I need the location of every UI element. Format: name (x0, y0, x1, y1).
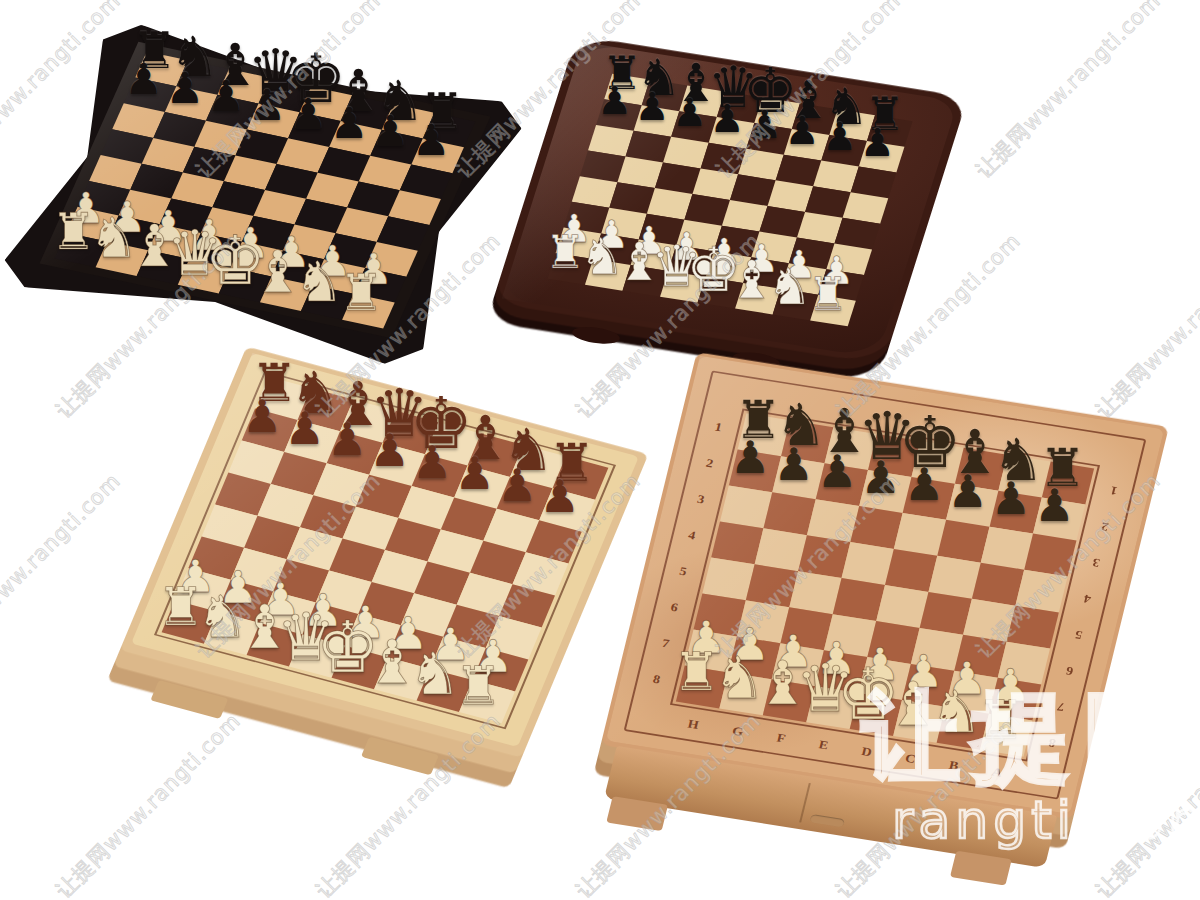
square-h1: ♜ (810, 295, 856, 327)
black-pawn: ♟ (710, 100, 745, 139)
black-pawn: ♟ (248, 84, 286, 127)
black-pawn: ♟ (166, 67, 204, 110)
black-pawn: ♟ (785, 112, 820, 151)
black-pawn: ♟ (860, 456, 900, 501)
coordinate-label: 2 (704, 457, 714, 471)
coordinate-label: 7 (1055, 699, 1065, 713)
black-pawn: ♟ (371, 110, 409, 153)
coordinate-label: 6 (669, 601, 679, 615)
white-rook: ♜ (455, 660, 502, 713)
black-pawn: ♟ (285, 407, 325, 452)
white-knight: ♞ (931, 683, 983, 741)
board-foot (570, 324, 622, 346)
black-pawn: ♟ (370, 429, 410, 474)
chess-set-mahogany-wavy: ♜♞♝♛♚♝♞♜♟♟♟♟♟♟♟♟♟♟♟♟♟♟♟♟♜♞♝♛♚♝♞♜ (540, 10, 920, 390)
black-pawn: ♟ (597, 82, 632, 121)
board-tilt: ♜♞♝♛♚♝♞♜♟♟♟♟♟♟♟♟♟♟♟♟♟♟♟♟♜♞♝♛♚♝♞♜ (39, 42, 490, 339)
black-pawn: ♟ (730, 436, 770, 481)
black-pawn: ♟ (289, 93, 327, 136)
coordinate-label: 1 (1108, 483, 1118, 497)
black-pawn: ♟ (330, 102, 368, 145)
coordinate-label: 3 (1091, 555, 1101, 569)
board-tilt: ♜♞♝♛♚♝♞♜♟♟♟♟♟♟♟♟♟♟♟♟♟♟♟♟♜♞♝♛♚♝♞♜ (502, 42, 958, 358)
white-knight: ♞ (409, 645, 461, 703)
black-pawn: ♟ (904, 463, 944, 508)
black-pawn: ♟ (207, 75, 245, 118)
black-pawn: ♟ (817, 450, 857, 495)
white-rook: ♜ (977, 694, 1024, 747)
coordinate-label: H (686, 717, 700, 732)
black-pawn: ♟ (860, 124, 895, 163)
coordinate-label: 3 (696, 493, 706, 507)
coordinate-label: 8 (652, 673, 662, 687)
black-pawn: ♟ (991, 477, 1031, 522)
board-tilt: ♜♞♝♛♚♝♞♜♟♟♟♟♟♟♟♟♟♟♟♟♟♟♟♟♜♞♝♛♚♝♞♜ (131, 353, 639, 747)
coordinate-label: D (860, 745, 873, 760)
black-pawn: ♟ (774, 443, 814, 488)
white-rook: ♜ (807, 272, 848, 318)
black-pawn: ♟ (412, 441, 452, 486)
black-pawn: ♟ (747, 106, 782, 145)
product-render-canvas: ♜♞♝♛♚♝♞♜♟♟♟♟♟♟♟♟♟♟♟♟♟♟♟♟♜♞♝♛♚♝♞♜ ♜♞♝♛♚♝♞… (0, 0, 1200, 900)
coordinate-label: 5 (678, 565, 688, 579)
white-rook: ♜ (338, 268, 383, 318)
white-knight: ♞ (767, 262, 812, 312)
black-pawn: ♟ (497, 464, 537, 509)
black-pawn: ♟ (455, 452, 495, 497)
coordinate-label: B (947, 759, 959, 774)
black-pawn: ♟ (125, 58, 163, 101)
watermark-tile: 让提网www.rangti.com (0, 467, 127, 664)
coordinate-label: 4 (1082, 591, 1092, 605)
board-tilt: 12345678 12345678 HGFEDCBA ♜♞♝♛♚♝♞♜♟♟♟♟♟… (606, 356, 1164, 814)
black-pawn: ♟ (947, 470, 987, 515)
coordinate-label: 2 (1100, 519, 1110, 533)
black-pawn: ♟ (412, 119, 450, 162)
black-pawn: ♟ (540, 475, 580, 520)
chess-board: 12345678 12345678 HGFEDCBA ♜♞♝♛♚♝♞♜♟♟♟♟♟… (606, 356, 1164, 814)
coordinate-label: A (990, 765, 1003, 780)
black-pawn: ♟ (327, 418, 367, 463)
black-pawn: ♟ (672, 94, 707, 133)
board-grid: ♜♞♝♛♚♝♞♜♟♟♟♟♟♟♟♟♟♟♟♟♟♟♟♟♜♞♝♛♚♝♞♜ (547, 74, 912, 327)
square-h1: ♜ (980, 714, 1032, 757)
coordinate-label: 7 (660, 637, 670, 651)
white-knight: ♞ (294, 255, 344, 310)
board-foot (150, 680, 228, 719)
coordinate-label: F (775, 731, 787, 745)
coordinate-label: E (817, 738, 829, 753)
board-grid: ♜♞♝♛♚♝♞♜♟♟♟♟♟♟♟♟♟♟♟♟♟♟♟♟♜♞♝♛♚♝♞♜ (676, 413, 1094, 756)
chess-set-ebony-scalloped: ♜♞♝♛♚♝♞♜♟♟♟♟♟♟♟♟♟♟♟♟♟♟♟♟♜♞♝♛♚♝♞♜ (85, 10, 445, 370)
black-pawn: ♟ (1034, 484, 1074, 529)
coordinate-label: 5 (1073, 627, 1083, 641)
chess-set-maple-box: ♜♞♝♛♚♝♞♜♟♟♟♟♟♟♟♟♟♟♟♟♟♟♟♟♜♞♝♛♚♝♞♜ (185, 350, 585, 750)
watermark-tile: 让提网www.rangti.com (970, 0, 1167, 184)
coordinate-label: 8 (1047, 735, 1057, 749)
coordinate-label: 1 (713, 421, 723, 435)
board-foot (361, 736, 439, 775)
chess-set-marble-coordinates: 12345678 12345678 HGFEDCBA ♜♞♝♛♚♝♞♜♟♟♟♟♟… (650, 350, 1120, 820)
coordinate-label: 6 (1064, 663, 1074, 677)
coordinate-label: C (904, 752, 917, 767)
coordinate-label: 4 (687, 529, 697, 543)
black-pawn: ♟ (822, 118, 857, 157)
black-pawn: ♟ (635, 88, 670, 127)
black-pawn: ♟ (242, 395, 282, 440)
coordinate-label: G (731, 724, 745, 739)
chess-board: ♜♞♝♛♚♝♞♜♟♟♟♟♟♟♟♟♟♟♟♟♟♟♟♟♜♞♝♛♚♝♞♜ (131, 353, 639, 747)
